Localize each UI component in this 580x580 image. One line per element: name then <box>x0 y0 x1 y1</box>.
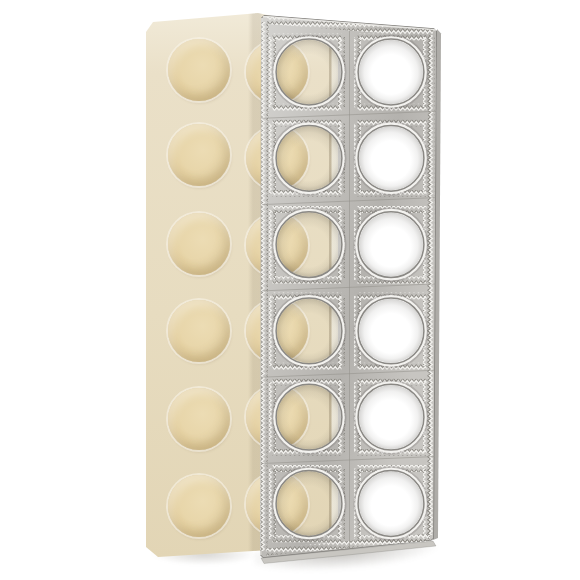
opening-inner-shadow <box>277 385 341 449</box>
ravioli-cutting-plate <box>0 0 580 580</box>
opening-inner-shadow <box>277 40 341 104</box>
product-photo <box>0 0 580 580</box>
opening-inner-shadow <box>359 40 423 104</box>
opening-inner-shadow <box>277 213 341 277</box>
opening-inner-shadow <box>359 385 423 449</box>
opening-inner-shadow <box>277 299 341 363</box>
opening-inner-shadow <box>359 299 423 363</box>
opening-inner-shadow <box>359 472 423 536</box>
opening-inner-shadow <box>359 213 423 277</box>
opening-inner-shadow <box>277 472 341 536</box>
opening-inner-shadow <box>277 126 341 190</box>
opening-inner-shadow <box>359 126 423 190</box>
